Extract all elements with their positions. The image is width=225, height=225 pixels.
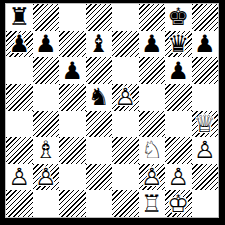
square-d2[interactable] [86, 164, 113, 191]
square-h7[interactable]: ♟♟ [192, 31, 219, 58]
piece-wP-f2: ♟♙ [139, 164, 166, 191]
square-a3[interactable] [6, 137, 33, 164]
square-e1[interactable] [112, 190, 139, 217]
square-b3[interactable]: ♝♗ [33, 137, 60, 164]
square-c7[interactable] [59, 31, 86, 58]
square-g2[interactable]: ♟♙ [165, 164, 192, 191]
square-c4[interactable] [59, 111, 86, 138]
piece-wK-g1: ♚♔ [165, 190, 192, 217]
square-f5[interactable] [139, 84, 166, 111]
square-h6[interactable] [192, 57, 219, 84]
square-d1[interactable] [86, 190, 113, 217]
square-d6[interactable] [86, 57, 113, 84]
square-g6[interactable]: ♟♟ [165, 57, 192, 84]
piece-bP-g6: ♟♟ [165, 57, 192, 84]
square-a7[interactable]: ♟♟ [6, 31, 33, 58]
square-h8[interactable] [192, 4, 219, 31]
piece-wR-f1: ♜♖ [139, 190, 166, 217]
square-a1[interactable] [6, 190, 33, 217]
piece-glyph: ♟ [192, 31, 219, 58]
square-b5[interactable] [33, 84, 60, 111]
piece-bR-a8: ♜♜ [6, 4, 33, 31]
piece-glyph: ♕ [192, 111, 219, 138]
piece-glyph: ♔ [165, 190, 192, 217]
square-c6[interactable]: ♟♟ [59, 57, 86, 84]
square-g8[interactable]: ♚♚ [165, 4, 192, 31]
square-g5[interactable] [165, 84, 192, 111]
piece-glyph: ♟ [33, 31, 60, 58]
piece-glyph: ♟ [165, 57, 192, 84]
square-h4[interactable]: ♛♕ [192, 111, 219, 138]
piece-glyph: ♙ [6, 164, 33, 191]
square-b6[interactable] [33, 57, 60, 84]
piece-wP-g2: ♟♙ [165, 164, 192, 191]
piece-glyph: ♛ [165, 31, 192, 58]
piece-wB-b3: ♝♗ [33, 137, 60, 164]
piece-bK-g8: ♚♚ [165, 4, 192, 31]
piece-bP-h7: ♟♟ [192, 31, 219, 58]
square-h5[interactable] [192, 84, 219, 111]
square-g3[interactable] [165, 137, 192, 164]
piece-glyph: ♜ [6, 4, 33, 31]
square-h1[interactable] [192, 190, 219, 217]
piece-glyph: ♚ [165, 4, 192, 31]
piece-glyph: ♞ [86, 84, 113, 111]
square-f8[interactable] [139, 4, 166, 31]
square-d3[interactable] [86, 137, 113, 164]
square-c2[interactable] [59, 164, 86, 191]
piece-bQ-g7: ♛♛ [165, 31, 192, 58]
piece-wP-h3: ♟♙ [192, 137, 219, 164]
piece-glyph: ♝ [86, 31, 113, 58]
square-b4[interactable] [33, 111, 60, 138]
square-a4[interactable] [6, 111, 33, 138]
square-e2[interactable] [112, 164, 139, 191]
piece-glyph: ♖ [139, 190, 166, 217]
square-d7[interactable]: ♝♝ [86, 31, 113, 58]
square-c1[interactable] [59, 190, 86, 217]
square-e7[interactable] [112, 31, 139, 58]
square-a8[interactable]: ♜♜ [6, 4, 33, 31]
square-f2[interactable]: ♟♙ [139, 164, 166, 191]
piece-wQ-h4: ♛♕ [192, 111, 219, 138]
piece-glyph: ♙ [112, 84, 139, 111]
square-g1[interactable]: ♚♔ [165, 190, 192, 217]
piece-bP-a7: ♟♟ [6, 31, 33, 58]
square-e6[interactable] [112, 57, 139, 84]
square-e5[interactable]: ♟♙ [112, 84, 139, 111]
piece-wN-f3: ♞♘ [139, 137, 166, 164]
square-d8[interactable] [86, 4, 113, 31]
piece-wP-e5: ♟♙ [112, 84, 139, 111]
piece-glyph: ♙ [192, 137, 219, 164]
piece-glyph: ♙ [165, 164, 192, 191]
piece-bN-d5: ♞♞ [86, 84, 113, 111]
square-a5[interactable] [6, 84, 33, 111]
square-d5[interactable]: ♞♞ [86, 84, 113, 111]
square-f6[interactable] [139, 57, 166, 84]
square-h3[interactable]: ♟♙ [192, 137, 219, 164]
piece-bB-d7: ♝♝ [86, 31, 113, 58]
square-h2[interactable] [192, 164, 219, 191]
piece-wP-b2: ♟♙ [33, 164, 60, 191]
square-f4[interactable] [139, 111, 166, 138]
piece-glyph: ♘ [139, 137, 166, 164]
piece-glyph: ♙ [139, 164, 166, 191]
square-e3[interactable] [112, 137, 139, 164]
square-c5[interactable] [59, 84, 86, 111]
square-b7[interactable]: ♟♟ [33, 31, 60, 58]
square-f1[interactable]: ♜♖ [139, 190, 166, 217]
piece-glyph: ♟ [139, 31, 166, 58]
piece-wP-a2: ♟♙ [6, 164, 33, 191]
square-b1[interactable] [33, 190, 60, 217]
square-b2[interactable]: ♟♙ [33, 164, 60, 191]
piece-bP-c6: ♟♟ [59, 57, 86, 84]
piece-bP-f7: ♟♟ [139, 31, 166, 58]
piece-glyph: ♗ [33, 137, 60, 164]
square-a6[interactable] [6, 57, 33, 84]
chess-board: ♜♜♚♚♟♟♟♟♝♝♟♟♛♛♟♟♟♟♟♟♞♞♟♙♛♕♝♗♞♘♟♙♟♙♟♙♟♙♟♙… [5, 3, 219, 218]
piece-bP-b7: ♟♟ [33, 31, 60, 58]
square-e4[interactable] [112, 111, 139, 138]
square-f3[interactable]: ♞♘ [139, 137, 166, 164]
square-e8[interactable] [112, 4, 139, 31]
piece-glyph: ♟ [6, 31, 33, 58]
piece-glyph: ♟ [59, 57, 86, 84]
square-b8[interactable] [33, 4, 60, 31]
square-c8[interactable] [59, 4, 86, 31]
square-d4[interactable] [86, 111, 113, 138]
square-a2[interactable]: ♟♙ [6, 164, 33, 191]
square-f7[interactable]: ♟♟ [139, 31, 166, 58]
square-g7[interactable]: ♛♛ [165, 31, 192, 58]
square-c3[interactable] [59, 137, 86, 164]
board-frame: ♜♜♚♚♟♟♟♟♝♝♟♟♛♛♟♟♟♟♟♟♞♞♟♙♛♕♝♗♞♘♟♙♟♙♟♙♟♙♟♙… [0, 0, 225, 225]
square-g4[interactable] [165, 111, 192, 138]
piece-glyph: ♙ [33, 164, 60, 191]
